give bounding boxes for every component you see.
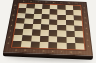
square-e1 [48,42,57,49]
rank-label-6: 6 [82,15,89,20]
file-label-c: c [30,48,40,53]
rank-label-8: 8 [81,6,87,11]
chess-board: abcdefgh abcdefgh 87654321 87654321 [3,0,93,56]
rank-label-2: 2 [84,37,91,43]
photo-background: abcdefgh abcdefgh 87654321 87654321 [0,0,96,63]
rank-label-4: 4 [83,26,90,32]
file-label-d: d [39,49,48,54]
file-label-g: g [66,50,75,55]
file-label-f: f [57,49,66,54]
rank-label-1: 1 [85,43,92,50]
square-h1 [75,43,84,50]
rank-label-3: 3 [84,31,91,37]
rank-label-5: 5 [83,21,90,27]
board-squares [11,3,86,51]
file-label-h: h [75,50,85,55]
file-label-a: a [11,48,21,53]
file-label-b: b [20,48,30,53]
board-rotation-wrapper: abcdefgh abcdefgh 87654321 87654321 [0,0,96,63]
square-d1 [39,42,48,49]
square-f1 [57,42,66,49]
square-g1 [66,43,75,50]
rank-label-7: 7 [82,10,88,15]
file-label-e: e [48,49,57,54]
